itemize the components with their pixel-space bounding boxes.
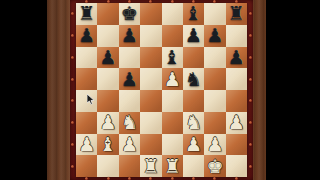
frame-pin xyxy=(149,177,152,180)
square-h1[interactable] xyxy=(226,155,247,177)
square-a3[interactable] xyxy=(76,112,97,134)
frame-pin xyxy=(192,177,195,180)
frame-pin xyxy=(171,177,174,180)
square-a4[interactable] xyxy=(76,90,97,112)
square-f2[interactable]: ♟ xyxy=(183,134,204,156)
black-pawn: ♟ xyxy=(206,26,223,45)
square-g8[interactable] xyxy=(204,3,225,25)
square-f1[interactable] xyxy=(183,155,204,177)
black-rook: ♜ xyxy=(228,4,245,23)
square-c4[interactable] xyxy=(119,90,140,112)
square-e1[interactable]: ♜ xyxy=(162,155,183,177)
square-f5[interactable]: ♞ xyxy=(183,68,204,90)
black-pawn: ♟ xyxy=(121,69,138,88)
square-d1[interactable]: ♜ xyxy=(140,155,161,177)
square-f8[interactable]: ♝ xyxy=(183,3,204,25)
black-pawn: ♟ xyxy=(78,26,95,45)
white-pawn: ♟ xyxy=(78,134,95,153)
square-g1[interactable]: ♚ xyxy=(204,155,225,177)
white-knight: ♞ xyxy=(185,113,202,132)
black-knight: ♞ xyxy=(185,69,202,88)
square-a1[interactable] xyxy=(76,155,97,177)
square-f7[interactable]: ♟ xyxy=(183,25,204,47)
white-pawn: ♟ xyxy=(228,113,245,132)
square-d6[interactable] xyxy=(140,47,161,69)
square-c6[interactable] xyxy=(119,47,140,69)
square-c1[interactable] xyxy=(119,155,140,177)
square-c7[interactable]: ♟ xyxy=(119,25,140,47)
square-f6[interactable] xyxy=(183,47,204,69)
frame-pin xyxy=(249,99,252,102)
square-b5[interactable] xyxy=(97,68,118,90)
white-rook: ♜ xyxy=(164,156,181,175)
square-g6[interactable] xyxy=(204,47,225,69)
square-c2[interactable]: ♟ xyxy=(119,134,140,156)
board-frame: ♜♚♝♜♟♟♟♟♟♝♟♟♟♞♟♞♞♟♟♝♟♟♟♜♜♚ xyxy=(70,0,253,180)
square-d7[interactable] xyxy=(140,25,161,47)
frame-pin xyxy=(71,143,74,146)
square-b6[interactable]: ♟ xyxy=(97,47,118,69)
square-g3[interactable] xyxy=(204,112,225,134)
frame-pin xyxy=(71,99,74,102)
square-d2[interactable] xyxy=(140,134,161,156)
square-a2[interactable]: ♟ xyxy=(76,134,97,156)
frame-pin xyxy=(85,0,88,3)
frame-pin xyxy=(71,34,74,37)
frame-pin xyxy=(192,0,195,3)
square-g2[interactable]: ♟ xyxy=(204,134,225,156)
frame-pin xyxy=(171,0,174,3)
square-g4[interactable] xyxy=(204,90,225,112)
black-bishop: ♝ xyxy=(185,4,202,23)
frame-pin xyxy=(128,177,131,180)
square-h7[interactable] xyxy=(226,25,247,47)
frame-pin xyxy=(235,0,238,3)
square-f3[interactable]: ♞ xyxy=(183,112,204,134)
square-g5[interactable] xyxy=(204,68,225,90)
white-king: ♚ xyxy=(206,156,223,175)
square-a5[interactable] xyxy=(76,68,97,90)
frame-pin xyxy=(85,177,88,180)
frame-pin xyxy=(249,143,252,146)
square-a8[interactable]: ♜ xyxy=(76,3,97,25)
white-bishop: ♝ xyxy=(100,134,117,153)
black-pawn: ♟ xyxy=(185,26,202,45)
frame-pin xyxy=(249,78,252,81)
square-b3[interactable]: ♟ xyxy=(97,112,118,134)
square-b4[interactable] xyxy=(97,90,118,112)
frame-pin xyxy=(107,177,110,180)
frame-pin xyxy=(235,177,238,180)
square-e4[interactable] xyxy=(162,90,183,112)
frame-pin xyxy=(249,121,252,124)
frame-pin xyxy=(71,12,74,15)
white-pawn: ♟ xyxy=(100,113,117,132)
square-f4[interactable] xyxy=(183,90,204,112)
square-a6[interactable] xyxy=(76,47,97,69)
black-pawn: ♟ xyxy=(228,47,245,66)
square-b1[interactable] xyxy=(97,155,118,177)
frame-pin xyxy=(249,56,252,59)
square-c8[interactable]: ♚ xyxy=(119,3,140,25)
square-e6[interactable]: ♝ xyxy=(162,47,183,69)
frame-pin xyxy=(249,12,252,15)
frame-pin xyxy=(128,0,131,3)
video-frame: ♜♚♝♜♟♟♟♟♟♝♟♟♟♞♟♞♞♟♟♝♟♟♟♜♜♚ xyxy=(0,0,320,180)
square-d5[interactable] xyxy=(140,68,161,90)
frame-pin xyxy=(107,0,110,3)
square-g7[interactable]: ♟ xyxy=(204,25,225,47)
square-c5[interactable]: ♟ xyxy=(119,68,140,90)
square-e3[interactable] xyxy=(162,112,183,134)
square-e5[interactable]: ♟ xyxy=(162,68,183,90)
black-king: ♚ xyxy=(121,4,138,23)
black-pawn: ♟ xyxy=(121,26,138,45)
white-pawn: ♟ xyxy=(164,69,181,88)
white-knight: ♞ xyxy=(121,113,138,132)
white-pawn: ♟ xyxy=(206,134,223,153)
square-h3[interactable]: ♟ xyxy=(226,112,247,134)
square-b8[interactable] xyxy=(97,3,118,25)
square-h4[interactable] xyxy=(226,90,247,112)
frame-pin xyxy=(249,165,252,168)
square-a7[interactable]: ♟ xyxy=(76,25,97,47)
white-rook: ♜ xyxy=(142,156,159,175)
square-e2[interactable] xyxy=(162,134,183,156)
chess-board: ♜♚♝♜♟♟♟♟♟♝♟♟♟♞♟♞♞♟♟♝♟♟♟♜♜♚ xyxy=(76,3,247,177)
frame-pin xyxy=(71,165,74,168)
frame-pin xyxy=(71,121,74,124)
square-d3[interactable] xyxy=(140,112,161,134)
black-pawn: ♟ xyxy=(100,47,117,66)
square-d8[interactable] xyxy=(140,3,161,25)
square-h8[interactable]: ♜ xyxy=(226,3,247,25)
square-e7[interactable] xyxy=(162,25,183,47)
frame-pin xyxy=(71,78,74,81)
frame-pin xyxy=(249,34,252,37)
white-pawn: ♟ xyxy=(121,134,138,153)
black-rook: ♜ xyxy=(78,4,95,23)
square-e8[interactable] xyxy=(162,3,183,25)
white-pawn: ♟ xyxy=(185,134,202,153)
square-b2[interactable]: ♝ xyxy=(97,134,118,156)
square-h2[interactable] xyxy=(226,134,247,156)
frame-pin xyxy=(71,56,74,59)
square-h6[interactable]: ♟ xyxy=(226,47,247,69)
square-d4[interactable] xyxy=(140,90,161,112)
square-c3[interactable]: ♞ xyxy=(119,112,140,134)
square-b7[interactable] xyxy=(97,25,118,47)
square-h5[interactable] xyxy=(226,68,247,90)
black-bishop: ♝ xyxy=(164,47,181,66)
frame-pin xyxy=(213,177,216,180)
